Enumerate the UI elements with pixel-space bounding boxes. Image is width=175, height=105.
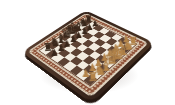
black-pawn[interactable]: ♟ — [49, 47, 58, 56]
product-photo: ♜♞♝♛♚♝♞♜♟♟♟♟♟♟♟♟♟♟♟♟♟♟♟♟♜♞♝♛♚♝♞♜ — [0, 0, 175, 105]
mosaic-band-outer: ♜♞♝♛♚♝♞♜♟♟♟♟♟♟♟♟♟♟♟♟♟♟♟♟♜♞♝♛♚♝♞♜ — [27, 12, 148, 96]
white-rook-icon: ♜ — [86, 71, 98, 83]
chess-board: ♜♞♝♛♚♝♞♜♟♟♟♟♟♟♟♟♟♟♟♟♟♟♟♟♜♞♝♛♚♝♞♜ — [21, 10, 154, 103]
mosaic-band-inner: ♜♞♝♛♚♝♞♜♟♟♟♟♟♟♟♟♟♟♟♟♟♟♟♟♜♞♝♛♚♝♞♜ — [35, 17, 139, 89]
white-rook[interactable]: ♜ — [87, 72, 97, 82]
black-pawn-icon: ♟ — [49, 48, 58, 57]
board-squares: ♜♞♝♛♚♝♞♜♟♟♟♟♟♟♟♟♟♟♟♟♟♟♟♟♜♞♝♛♚♝♞♜ — [38, 18, 137, 86]
perspective-scene: ♜♞♝♛♚♝♞♜♟♟♟♟♟♟♟♟♟♟♟♟♟♟♟♟♜♞♝♛♚♝♞♜ — [0, 0, 175, 105]
mosaic-band-red: ♜♞♝♛♚♝♞♜♟♟♟♟♟♟♟♟♟♟♟♟♟♟♟♟♜♞♝♛♚♝♞♜ — [30, 14, 146, 94]
